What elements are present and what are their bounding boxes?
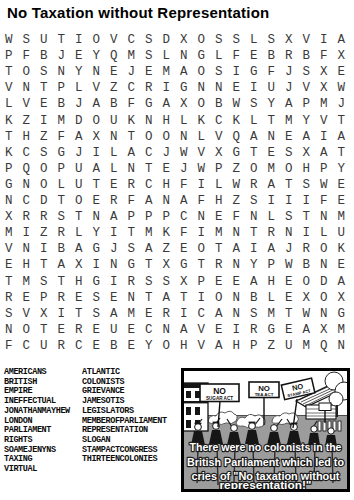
- grid-cell: G: [245, 64, 263, 80]
- grid-cell: N: [193, 209, 211, 225]
- grid-cell: N: [175, 48, 193, 64]
- caption-line-2: British Parliament which led to: [187, 456, 344, 468]
- grid-cell: X: [175, 32, 193, 48]
- grid-cell: F: [315, 193, 333, 209]
- grid-cell: E: [333, 64, 351, 80]
- grid-cell: N: [210, 80, 228, 96]
- grid-cell: A: [140, 193, 158, 209]
- grid-cell: N: [315, 306, 333, 322]
- grid-cell: F: [53, 129, 71, 145]
- grid-cell: V: [298, 80, 316, 96]
- grid-cell: W: [298, 306, 316, 322]
- grid-cell: T: [263, 113, 281, 129]
- mini-sign-icon: [319, 403, 331, 411]
- grid-cell: P: [193, 274, 211, 290]
- grid-cell: O: [88, 113, 106, 129]
- grid-cell: E: [228, 274, 246, 290]
- worksheet-page: No Taxation without Representation WSUTI…: [0, 0, 354, 500]
- grid-cell: T: [70, 306, 88, 322]
- grid-cell: S: [35, 145, 53, 161]
- grid-cell: F: [228, 209, 246, 225]
- grid-cell: O: [158, 338, 176, 354]
- grid-cell: I: [35, 113, 53, 129]
- grid-cell: J: [280, 64, 298, 80]
- grid-cell: A: [158, 96, 176, 112]
- grid-cell: M: [333, 209, 351, 225]
- grid-cell: K: [333, 241, 351, 257]
- grid-cell: I: [298, 193, 316, 209]
- grid-cell: L: [0, 96, 18, 112]
- grid-cell: H: [228, 338, 246, 354]
- grid-cell: M: [210, 225, 228, 241]
- grid-cell: Y: [70, 64, 88, 80]
- grid-cell: R: [298, 241, 316, 257]
- grid-cell: F: [193, 193, 211, 209]
- grid-cell: Z: [35, 129, 53, 145]
- grid-cell: E: [35, 96, 53, 112]
- grid-cell: N: [0, 322, 18, 338]
- grid-cell: N: [123, 290, 141, 306]
- grid-cell: H: [18, 257, 36, 273]
- grid-cell: A: [280, 96, 298, 112]
- word-search-grid: WSUTIOVCSDXOSSLSXVIAPFBJEYQMSLNGLFEBRBFX…: [0, 32, 350, 354]
- grid-cell: C: [193, 306, 211, 322]
- grid-cell: A: [105, 306, 123, 322]
- grid-cell: H: [70, 274, 88, 290]
- grid-cell: I: [315, 129, 333, 145]
- grid-cell: D: [70, 113, 88, 129]
- grid-cell: K: [158, 225, 176, 241]
- grid-cell: O: [280, 161, 298, 177]
- grid-cell: N: [18, 177, 36, 193]
- grid-cell: M: [263, 161, 281, 177]
- grid-cell: N: [105, 257, 123, 273]
- grid-cell: H: [18, 129, 36, 145]
- grid-cell: D: [158, 32, 176, 48]
- grid-cell: J: [158, 145, 176, 161]
- grid-cell: I: [263, 193, 281, 209]
- grid-cell: R: [18, 209, 36, 225]
- grid-cell: N: [158, 193, 176, 209]
- grid-cell: N: [88, 64, 106, 80]
- grid-cell: O: [18, 322, 36, 338]
- grid-cell: F: [263, 64, 281, 80]
- grid-cell: L: [263, 209, 281, 225]
- grid-cell: R: [53, 290, 71, 306]
- grid-cell: T: [140, 161, 158, 177]
- grid-cell: Z: [263, 338, 281, 354]
- grid-cell: I: [53, 306, 71, 322]
- grid-cell: V: [315, 113, 333, 129]
- grid-cell: T: [245, 145, 263, 161]
- grid-cell: L: [315, 225, 333, 241]
- grid-cell: L: [175, 113, 193, 129]
- grid-cell: R: [70, 322, 88, 338]
- grid-cell: N: [53, 64, 71, 80]
- grid-cell: I: [280, 193, 298, 209]
- grid-cell: S: [228, 32, 246, 48]
- grid-cell: W: [333, 80, 351, 96]
- grid-cell: S: [280, 209, 298, 225]
- grid-cell: R: [245, 322, 263, 338]
- grid-cell: I: [35, 241, 53, 257]
- grid-cell: E: [280, 129, 298, 145]
- grid-cell: J: [123, 64, 141, 80]
- grid-cell: V: [18, 96, 36, 112]
- grid-cell: J: [70, 145, 88, 161]
- grid-cell: W: [228, 96, 246, 112]
- grid-cell: J: [280, 241, 298, 257]
- grid-cell: B: [245, 290, 263, 306]
- grid-cell: G: [228, 145, 246, 161]
- grid-cell: E: [123, 322, 141, 338]
- word-list-item: THIRTEENCOLONIES: [82, 455, 167, 465]
- grid-cell: I: [315, 32, 333, 48]
- grid-cell: X: [315, 322, 333, 338]
- grid-cell: Z: [105, 80, 123, 96]
- grid-cell: A: [298, 322, 316, 338]
- grid-cell: A: [140, 241, 158, 257]
- grid-cell: T: [140, 290, 158, 306]
- grid-cell: A: [70, 129, 88, 145]
- grid-cell: G: [333, 306, 351, 322]
- grid-cell: A: [228, 241, 246, 257]
- protest-sign-tea-act: NO TEA ACT: [249, 382, 279, 398]
- grid-cell: I: [245, 80, 263, 96]
- grid-cell: I: [70, 32, 88, 48]
- grid-cell: C: [175, 209, 193, 225]
- grid-cell: V: [193, 322, 211, 338]
- grid-cell: N: [175, 129, 193, 145]
- grid-cell: T: [280, 306, 298, 322]
- grid-cell: C: [123, 32, 141, 48]
- grid-cell: M: [123, 306, 141, 322]
- grid-cell: A: [263, 177, 281, 193]
- grid-cell: C: [18, 145, 36, 161]
- grid-cell: I: [193, 177, 211, 193]
- grid-cell: D: [315, 274, 333, 290]
- grid-cell: E: [158, 161, 176, 177]
- grid-cell: H: [210, 193, 228, 209]
- grid-cell: R: [35, 209, 53, 225]
- grid-cell: I: [175, 306, 193, 322]
- grid-cell: G: [193, 48, 211, 64]
- grid-cell: O: [298, 274, 316, 290]
- grid-cell: E: [0, 257, 18, 273]
- grid-cell: J: [70, 96, 88, 112]
- grid-cell: S: [88, 306, 106, 322]
- grid-cell: A: [123, 145, 141, 161]
- grid-cell: S: [210, 32, 228, 48]
- grid-cell: C: [18, 193, 36, 209]
- grid-cell: S: [245, 96, 263, 112]
- grid-cell: C: [123, 80, 141, 96]
- grid-cell: Z: [35, 225, 53, 241]
- grid-cell: A: [333, 32, 351, 48]
- grid-cell: L: [193, 129, 211, 145]
- grid-cell: B: [298, 48, 316, 64]
- grid-cell: E: [333, 193, 351, 209]
- grid-cell: E: [88, 322, 106, 338]
- grid-cell: E: [123, 338, 141, 354]
- grid-cell: O: [35, 161, 53, 177]
- grid-cell: J: [105, 241, 123, 257]
- grid-cell: L: [105, 161, 123, 177]
- grid-cell: F: [18, 48, 36, 64]
- grid-cell: H: [175, 338, 193, 354]
- grid-cell: E: [53, 322, 71, 338]
- grid-cell: L: [210, 48, 228, 64]
- grid-cell: S: [88, 290, 106, 306]
- grid-cell: X: [158, 257, 176, 273]
- grid-cell: A: [158, 290, 176, 306]
- grid-cell: T: [88, 177, 106, 193]
- grid-cell: R: [123, 274, 141, 290]
- grid-cell: P: [298, 96, 316, 112]
- grid-cell: R: [280, 48, 298, 64]
- grid-cell: Z: [228, 161, 246, 177]
- grid-cell: E: [105, 290, 123, 306]
- grid-cell: A: [263, 241, 281, 257]
- grid-cell: S: [35, 64, 53, 80]
- grid-cell: T: [53, 274, 71, 290]
- grid-cell: A: [298, 129, 316, 145]
- grid-cell: T: [298, 209, 316, 225]
- cartoon-panel: NO SUGAR ACT NO TEA ACT NO STAMP ACT The…: [181, 368, 350, 492]
- grid-cell: X: [88, 129, 106, 145]
- grid-cell: P: [53, 80, 71, 96]
- grid-cell: Z: [228, 193, 246, 209]
- grid-cell: X: [280, 32, 298, 48]
- grid-cell: B: [105, 96, 123, 112]
- grid-cell: O: [35, 177, 53, 193]
- grid-cell: X: [0, 209, 18, 225]
- grid-cell: C: [140, 145, 158, 161]
- grid-cell: S: [35, 274, 53, 290]
- word-list-column-1: AMERICANSBRITISHEMPIREINEFFECTUALJONATHA…: [4, 368, 70, 475]
- grid-cell: Q: [315, 338, 333, 354]
- grid-cell: L: [263, 290, 281, 306]
- grid-cell: C: [140, 322, 158, 338]
- grid-cell: A: [175, 322, 193, 338]
- grid-cell: P: [35, 290, 53, 306]
- grid-cell: T: [70, 209, 88, 225]
- grid-cell: E: [175, 241, 193, 257]
- grid-cell: I: [193, 225, 211, 241]
- sign-text-act: TEA ACT: [255, 392, 274, 397]
- grid-cell: W: [0, 32, 18, 48]
- grid-cell: K: [193, 113, 211, 129]
- grid-cell: A: [53, 257, 71, 273]
- grid-cell: T: [123, 225, 141, 241]
- grid-cell: E: [140, 64, 158, 80]
- grid-cell: N: [315, 209, 333, 225]
- grid-cell: O: [158, 129, 176, 145]
- grid-cell: V: [193, 338, 211, 354]
- grid-cell: V: [0, 80, 18, 96]
- grid-cell: J: [53, 48, 71, 64]
- grid-cell: T: [175, 290, 193, 306]
- grid-cell: S: [18, 32, 36, 48]
- grid-cell: F: [175, 177, 193, 193]
- grid-cell: T: [140, 257, 158, 273]
- grid-cell: V: [193, 145, 211, 161]
- grid-cell: T: [210, 241, 228, 257]
- grid-cell: H: [158, 113, 176, 129]
- grid-cell: L: [70, 225, 88, 241]
- grid-cell: N: [263, 129, 281, 145]
- grid-cell: F: [123, 193, 141, 209]
- grid-cell: V: [0, 241, 18, 257]
- grid-cell: I: [228, 322, 246, 338]
- grid-cell: S: [123, 241, 141, 257]
- grid-cell: A: [88, 161, 106, 177]
- grid-cell: X: [298, 290, 316, 306]
- grid-cell: G: [175, 80, 193, 96]
- grid-cell: W: [193, 161, 211, 177]
- grid-cell: S: [158, 274, 176, 290]
- grid-cell: E: [70, 290, 88, 306]
- grid-cell: V: [88, 80, 106, 96]
- grid-cell: Z: [18, 113, 36, 129]
- grid-cell: I: [245, 241, 263, 257]
- grid-cell: O: [315, 241, 333, 257]
- grid-cell: M: [333, 322, 351, 338]
- grid-cell: E: [245, 48, 263, 64]
- grid-cell: U: [70, 161, 88, 177]
- grid-cell: T: [35, 80, 53, 96]
- grid-cell: Y: [298, 113, 316, 129]
- grid-cell: N: [88, 209, 106, 225]
- grid-cell: S: [140, 48, 158, 64]
- grid-cell: W: [315, 177, 333, 193]
- grid-cell: S: [298, 177, 316, 193]
- grid-cell: S: [298, 64, 316, 80]
- grid-cell: N: [123, 161, 141, 177]
- grid-cell: Y: [88, 48, 106, 64]
- grid-cell: E: [263, 145, 281, 161]
- grid-cell: O: [193, 241, 211, 257]
- grid-cell: S: [210, 64, 228, 80]
- grid-cell: X: [298, 145, 316, 161]
- grid-cell: Y: [263, 96, 281, 112]
- grid-cell: I: [228, 64, 246, 80]
- grid-cell: O: [245, 161, 263, 177]
- grid-cell: O: [140, 129, 158, 145]
- grid-cell: R: [245, 177, 263, 193]
- grid-cell: M: [263, 306, 281, 322]
- grid-cell: F: [123, 96, 141, 112]
- grid-cell: T: [193, 257, 211, 273]
- word-list-column-2: ATLANTICCOLONISTSGRIEVANCEJAMESOTISLEGIS…: [82, 368, 167, 465]
- grid-cell: G: [140, 96, 158, 112]
- grid-cell: L: [70, 80, 88, 96]
- grid-cell: N: [228, 225, 246, 241]
- grid-cell: X: [175, 274, 193, 290]
- grid-cell: U: [70, 177, 88, 193]
- grid-cell: B: [263, 48, 281, 64]
- grid-cell: C: [70, 338, 88, 354]
- grid-cell: Y: [333, 161, 351, 177]
- sign-text-act: SUGAR ACT: [206, 396, 233, 401]
- grid-cell: N: [333, 338, 351, 354]
- grid-cell: E: [210, 322, 228, 338]
- grid-cell: X: [35, 306, 53, 322]
- grid-cell: O: [193, 32, 211, 48]
- grid-cell: R: [53, 338, 71, 354]
- grid-cell: E: [105, 177, 123, 193]
- grid-cell: S: [140, 32, 158, 48]
- grid-cell: N: [0, 193, 18, 209]
- grid-cell: G: [88, 241, 106, 257]
- grid-cell: J: [175, 161, 193, 177]
- grid-cell: A: [245, 274, 263, 290]
- grid-cell: R: [105, 193, 123, 209]
- grid-cell: U: [333, 225, 351, 241]
- grid-cell: T: [53, 193, 71, 209]
- grid-cell: A: [245, 129, 263, 145]
- grid-cell: R: [158, 306, 176, 322]
- grid-cell: L: [105, 145, 123, 161]
- grid-cell: P: [315, 161, 333, 177]
- grid-cell: N: [18, 80, 36, 96]
- grid-cell: I: [88, 257, 106, 273]
- page-title: No Taxation without Representation: [7, 4, 269, 21]
- cartoon-illustration: NO SUGAR ACT NO TEA ACT NO STAMP ACT The…: [184, 371, 347, 489]
- grid-cell: R: [123, 177, 141, 193]
- grid-cell: T: [0, 64, 18, 80]
- grid-cell: F: [175, 225, 193, 241]
- grid-cell: N: [315, 257, 333, 273]
- grid-cell: S: [245, 306, 263, 322]
- grid-cell: K: [0, 145, 18, 161]
- grid-cell: I: [193, 290, 211, 306]
- grid-cell: P: [53, 161, 71, 177]
- grid-cell: I: [88, 145, 106, 161]
- grid-cell: N: [245, 209, 263, 225]
- grid-cell: M: [280, 113, 298, 129]
- grid-cell: T: [53, 32, 71, 48]
- grid-cell: P: [123, 209, 141, 225]
- grid-cell: E: [333, 257, 351, 273]
- grid-cell: E: [210, 274, 228, 290]
- grid-cell: S: [140, 274, 158, 290]
- grid-cell: T: [0, 274, 18, 290]
- grid-cell: O: [193, 64, 211, 80]
- grid-cell: C: [140, 177, 158, 193]
- grid-cell: T: [280, 177, 298, 193]
- grid-cell: A: [105, 209, 123, 225]
- word-list-item: VIRTUAL: [4, 465, 70, 475]
- cartoon-caption: There were no colonists in the British P…: [187, 441, 344, 489]
- grid-cell: Y: [245, 257, 263, 273]
- grid-cell: K: [123, 113, 141, 129]
- grid-cell: R: [140, 80, 158, 96]
- grid-cell: S: [0, 306, 18, 322]
- grid-cell: A: [333, 129, 351, 145]
- grid-cell: U: [35, 338, 53, 354]
- grid-cell: N: [228, 306, 246, 322]
- grid-cell: X: [210, 145, 228, 161]
- grid-cell: N: [228, 257, 246, 273]
- grid-cell: L: [245, 32, 263, 48]
- grid-cell: V: [298, 32, 316, 48]
- grid-cell: E: [70, 48, 88, 64]
- grid-cell: E: [228, 80, 246, 96]
- grid-cell: Q: [105, 48, 123, 64]
- grid-cell: J: [280, 80, 298, 96]
- grid-cell: A: [70, 241, 88, 257]
